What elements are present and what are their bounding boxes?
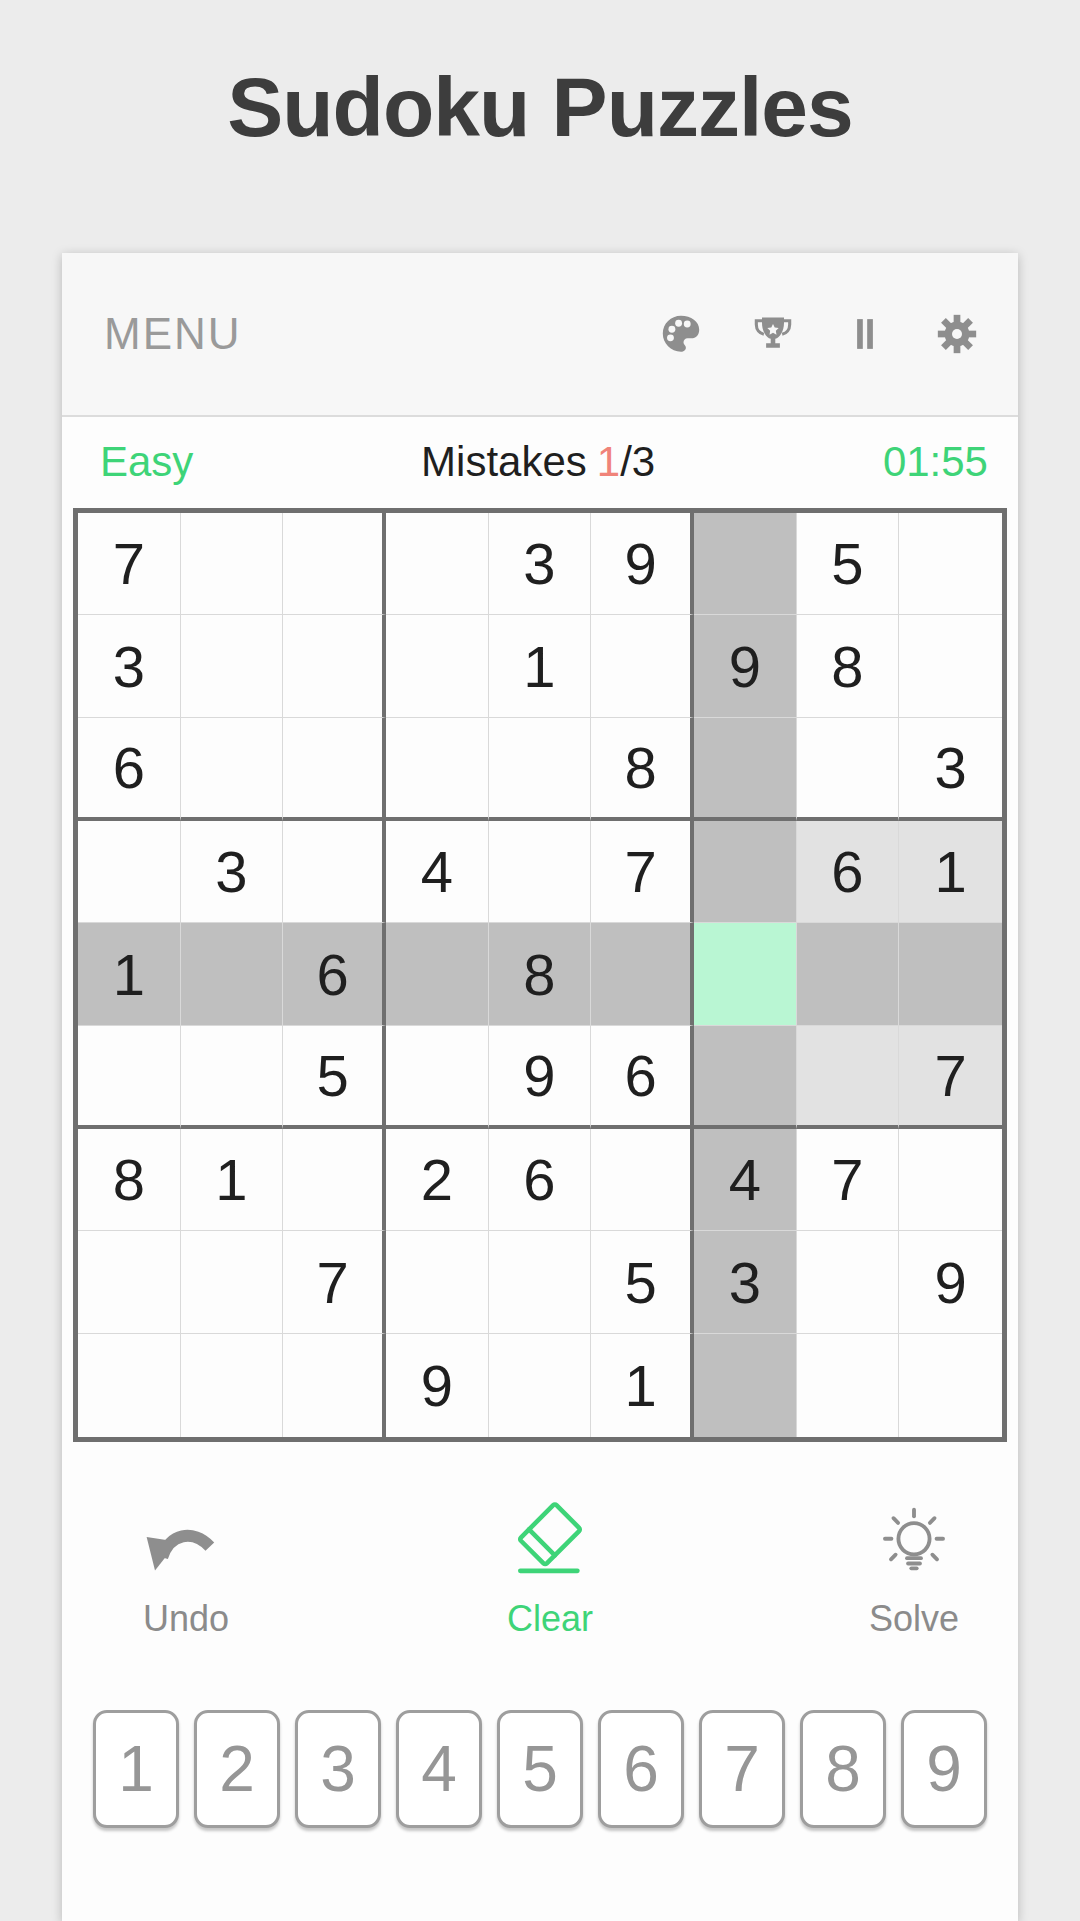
cell-r3c1[interactable]: 6 bbox=[78, 718, 181, 821]
clear-label: Clear bbox=[507, 1598, 593, 1640]
cell-r1c4[interactable] bbox=[386, 513, 489, 616]
cell-r6c9[interactable]: 7 bbox=[899, 1026, 1002, 1129]
numpad-button-1[interactable]: 1 bbox=[93, 1710, 179, 1828]
numpad-button-6[interactable]: 6 bbox=[598, 1710, 684, 1828]
cell-r7c3[interactable] bbox=[283, 1129, 386, 1232]
cell-r9c5[interactable] bbox=[489, 1334, 592, 1437]
cell-r4c6[interactable]: 7 bbox=[591, 821, 694, 924]
sudoku-board: 73953198683347611685967812647753991 bbox=[73, 508, 1007, 1442]
cell-r5c8[interactable] bbox=[797, 923, 900, 1026]
cell-r1c8[interactable]: 5 bbox=[797, 513, 900, 616]
numpad-button-9[interactable]: 9 bbox=[901, 1710, 987, 1828]
cell-r6c3[interactable]: 5 bbox=[283, 1026, 386, 1129]
cell-r3c6[interactable]: 8 bbox=[591, 718, 694, 821]
cell-r2c5[interactable]: 1 bbox=[489, 615, 592, 718]
cell-r7c7[interactable]: 4 bbox=[694, 1129, 797, 1232]
cell-r9c4[interactable]: 9 bbox=[386, 1334, 489, 1437]
cell-r8c3[interactable]: 7 bbox=[283, 1231, 386, 1334]
cell-r7c9[interactable] bbox=[899, 1129, 1002, 1232]
cell-r3c9[interactable]: 3 bbox=[899, 718, 1002, 821]
mistakes-max: /3 bbox=[620, 438, 655, 485]
cell-r9c9[interactable] bbox=[899, 1334, 1002, 1437]
cell-r9c6[interactable]: 1 bbox=[591, 1334, 694, 1437]
numpad: 123456789 bbox=[62, 1710, 1018, 1828]
page-title: Sudoku Puzzles bbox=[0, 57, 1080, 158]
cell-r4c5[interactable] bbox=[489, 821, 592, 924]
cell-r7c2[interactable]: 1 bbox=[181, 1129, 284, 1232]
cell-r6c4[interactable] bbox=[386, 1026, 489, 1129]
cell-r5c6[interactable] bbox=[591, 923, 694, 1026]
cell-r7c4[interactable]: 2 bbox=[386, 1129, 489, 1232]
cell-r4c8[interactable]: 6 bbox=[797, 821, 900, 924]
numpad-button-3[interactable]: 3 bbox=[295, 1710, 381, 1828]
cell-r4c9[interactable]: 1 bbox=[899, 821, 1002, 924]
undo-button[interactable]: Undo bbox=[116, 1518, 256, 1640]
cell-r1c7[interactable] bbox=[694, 513, 797, 616]
mistakes-label: Mistakes bbox=[421, 438, 587, 485]
settings-icon[interactable] bbox=[934, 311, 980, 357]
cell-r1c1[interactable]: 7 bbox=[78, 513, 181, 616]
clear-button[interactable]: Clear bbox=[480, 1500, 620, 1640]
cell-r6c6[interactable]: 6 bbox=[591, 1026, 694, 1129]
cell-r5c1[interactable]: 1 bbox=[78, 923, 181, 1026]
numpad-button-2[interactable]: 2 bbox=[194, 1710, 280, 1828]
cell-r3c8[interactable] bbox=[797, 718, 900, 821]
cell-r8c4[interactable] bbox=[386, 1231, 489, 1334]
cell-r2c3[interactable] bbox=[283, 615, 386, 718]
cell-r3c7[interactable] bbox=[694, 718, 797, 821]
card-header: MENU bbox=[62, 253, 1018, 417]
toolbar: Undo Clear bbox=[62, 1500, 1018, 1640]
cell-r4c3[interactable] bbox=[283, 821, 386, 924]
cell-r8c9[interactable]: 9 bbox=[899, 1231, 1002, 1334]
cell-r2c4[interactable] bbox=[386, 615, 489, 718]
cell-r8c6[interactable]: 5 bbox=[591, 1231, 694, 1334]
cell-r3c5[interactable] bbox=[489, 718, 592, 821]
cell-r1c9[interactable] bbox=[899, 513, 1002, 616]
cell-r4c7[interactable] bbox=[694, 821, 797, 924]
cell-r3c3[interactable] bbox=[283, 718, 386, 821]
cell-r9c8[interactable] bbox=[797, 1334, 900, 1437]
cell-r6c7[interactable] bbox=[694, 1026, 797, 1129]
undo-icon bbox=[146, 1518, 226, 1584]
cell-r5c9[interactable] bbox=[899, 923, 1002, 1026]
game-card: MENU bbox=[62, 253, 1018, 1921]
cell-r6c2[interactable] bbox=[181, 1026, 284, 1129]
cell-r5c7[interactable] bbox=[694, 923, 797, 1026]
cell-r7c8[interactable]: 7 bbox=[797, 1129, 900, 1232]
timer: 01:55 bbox=[883, 438, 988, 486]
cell-r2c7[interactable]: 9 bbox=[694, 615, 797, 718]
cell-r6c1[interactable] bbox=[78, 1026, 181, 1129]
cell-r6c8[interactable] bbox=[797, 1026, 900, 1129]
cell-r8c7[interactable]: 3 bbox=[694, 1231, 797, 1334]
solve-label: Solve bbox=[869, 1598, 959, 1640]
cell-r9c7[interactable] bbox=[694, 1334, 797, 1437]
mistakes-counter: Mistakes1/3 bbox=[421, 438, 655, 486]
cell-r7c1[interactable]: 8 bbox=[78, 1129, 181, 1232]
cell-r5c5[interactable]: 8 bbox=[489, 923, 592, 1026]
cell-r3c4[interactable] bbox=[386, 718, 489, 821]
lightbulb-icon bbox=[871, 1504, 957, 1584]
cell-r1c6[interactable]: 9 bbox=[591, 513, 694, 616]
menu-button[interactable]: MENU bbox=[104, 309, 242, 359]
cell-r2c9[interactable] bbox=[899, 615, 1002, 718]
solve-button[interactable]: Solve bbox=[844, 1504, 984, 1640]
numpad-button-4[interactable]: 4 bbox=[396, 1710, 482, 1828]
numpad-button-7[interactable]: 7 bbox=[699, 1710, 785, 1828]
cell-r1c3[interactable] bbox=[283, 513, 386, 616]
cell-r9c3[interactable] bbox=[283, 1334, 386, 1437]
cell-r8c5[interactable] bbox=[489, 1231, 592, 1334]
cell-r2c2[interactable] bbox=[181, 615, 284, 718]
cell-r8c1[interactable] bbox=[78, 1231, 181, 1334]
cell-r9c2[interactable] bbox=[181, 1334, 284, 1437]
header-icons bbox=[658, 311, 980, 357]
cell-r1c5[interactable]: 3 bbox=[489, 513, 592, 616]
cell-r5c2[interactable] bbox=[181, 923, 284, 1026]
cell-r8c8[interactable] bbox=[797, 1231, 900, 1334]
cell-r2c1[interactable]: 3 bbox=[78, 615, 181, 718]
cell-r4c2[interactable]: 3 bbox=[181, 821, 284, 924]
cell-r2c8[interactable]: 8 bbox=[797, 615, 900, 718]
mistakes-current: 1 bbox=[597, 438, 620, 485]
cell-r4c1[interactable] bbox=[78, 821, 181, 924]
cell-r2c6[interactable] bbox=[591, 615, 694, 718]
trophy-icon[interactable] bbox=[750, 311, 796, 357]
cell-r5c3[interactable]: 6 bbox=[283, 923, 386, 1026]
undo-label: Undo bbox=[143, 1598, 229, 1640]
cell-r3c2[interactable] bbox=[181, 718, 284, 821]
cell-r9c1[interactable] bbox=[78, 1334, 181, 1437]
difficulty-label: Easy bbox=[100, 438, 193, 486]
numpad-button-8[interactable]: 8 bbox=[800, 1710, 886, 1828]
cell-r7c5[interactable]: 6 bbox=[489, 1129, 592, 1232]
cell-r8c2[interactable] bbox=[181, 1231, 284, 1334]
pause-icon[interactable] bbox=[842, 311, 888, 357]
status-row: Easy Mistakes1/3 01:55 bbox=[62, 417, 1018, 508]
cell-r7c6[interactable] bbox=[591, 1129, 694, 1232]
cell-r5c4[interactable] bbox=[386, 923, 489, 1026]
eraser-icon bbox=[504, 1500, 596, 1584]
cell-r1c2[interactable] bbox=[181, 513, 284, 616]
palette-icon[interactable] bbox=[658, 311, 704, 357]
numpad-button-5[interactable]: 5 bbox=[497, 1710, 583, 1828]
cell-r4c4[interactable]: 4 bbox=[386, 821, 489, 924]
cell-r6c5[interactable]: 9 bbox=[489, 1026, 592, 1129]
